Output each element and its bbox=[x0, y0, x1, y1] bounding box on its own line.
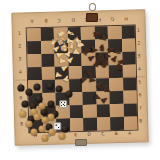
dark-king: ♚ bbox=[98, 58, 110, 69]
light-pawn: ♟ bbox=[61, 74, 71, 84]
checker-tan bbox=[39, 103, 46, 110]
checker-tan bbox=[31, 129, 38, 136]
dark-pawn: ♟ bbox=[78, 75, 88, 84]
checker-tan bbox=[48, 114, 55, 121]
checker-tan bbox=[42, 117, 49, 124]
die bbox=[53, 122, 61, 130]
checker-black bbox=[56, 86, 63, 93]
checker-black bbox=[41, 109, 48, 116]
checker-black bbox=[18, 85, 25, 92]
checker-black bbox=[62, 126, 69, 133]
checker-black bbox=[66, 91, 73, 98]
checker-black bbox=[22, 101, 29, 108]
checker-tan bbox=[20, 111, 27, 118]
product-photo: ABCDEFGH HGFEDCBA 12345678 12345678 ♞♝♜♛… bbox=[0, 0, 160, 160]
die bbox=[59, 100, 67, 108]
checker-tan bbox=[39, 126, 46, 133]
dark-knight: ♞ bbox=[115, 62, 124, 72]
checker-black bbox=[48, 101, 55, 108]
dark-pawn: ♟ bbox=[103, 85, 111, 94]
checker-black bbox=[26, 89, 33, 96]
checker-tan bbox=[26, 121, 33, 128]
checker-black bbox=[34, 84, 41, 91]
piece-piles: ♞♝♜♛♟♜♟♚♝♞♟♟♟♟♟♟♟♟♟♟♜♟♞♟♝♟♛♟♟♜♞♟♚♝♟♟♟♟♟♟ bbox=[0, 0, 160, 160]
checker-tan bbox=[34, 114, 41, 121]
checker-tan bbox=[59, 133, 66, 140]
checker-black bbox=[47, 83, 54, 90]
checker-black bbox=[36, 96, 43, 103]
checker-tan bbox=[42, 135, 49, 142]
